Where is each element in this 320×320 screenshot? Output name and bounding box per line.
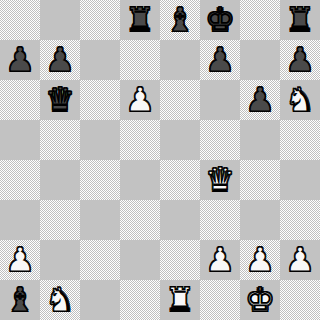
white-pawn[interactable]: ♟ [200, 240, 240, 280]
square-d3[interactable] [120, 200, 160, 240]
square-d1[interactable] [120, 280, 160, 320]
square-g3[interactable] [240, 200, 280, 240]
square-h7[interactable]: ♟ [280, 40, 320, 80]
black-king[interactable]: ♚ [200, 0, 240, 40]
square-f3[interactable] [200, 200, 240, 240]
black-bishop[interactable]: ♝ [160, 0, 200, 40]
black-rook[interactable]: ♜ [280, 0, 320, 40]
square-c4[interactable] [80, 160, 120, 200]
white-rook[interactable]: ♜ [160, 280, 200, 320]
square-a5[interactable] [0, 120, 40, 160]
square-c1[interactable] [80, 280, 120, 320]
square-a1[interactable]: ♝ [0, 280, 40, 320]
square-h8[interactable]: ♜ [280, 0, 320, 40]
white-pawn[interactable]: ♟ [120, 80, 160, 120]
square-d7[interactable] [120, 40, 160, 80]
square-f4[interactable]: ♛ [200, 160, 240, 200]
square-h5[interactable] [280, 120, 320, 160]
square-f2[interactable]: ♟ [200, 240, 240, 280]
square-d8[interactable]: ♜ [120, 0, 160, 40]
square-d4[interactable] [120, 160, 160, 200]
square-c5[interactable] [80, 120, 120, 160]
black-rook[interactable]: ♜ [120, 0, 160, 40]
white-king[interactable]: ♚ [240, 280, 280, 320]
square-d5[interactable] [120, 120, 160, 160]
square-f5[interactable] [200, 120, 240, 160]
square-h1[interactable] [280, 280, 320, 320]
square-a6[interactable] [0, 80, 40, 120]
white-queen[interactable]: ♛ [200, 160, 240, 200]
black-queen[interactable]: ♛ [40, 80, 80, 120]
square-f7[interactable]: ♟ [200, 40, 240, 80]
square-d6[interactable]: ♟ [120, 80, 160, 120]
square-b3[interactable] [40, 200, 80, 240]
square-b4[interactable] [40, 160, 80, 200]
square-c2[interactable] [80, 240, 120, 280]
square-g5[interactable] [240, 120, 280, 160]
white-pawn[interactable]: ♟ [280, 240, 320, 280]
square-h4[interactable] [280, 160, 320, 200]
square-b2[interactable] [40, 240, 80, 280]
white-pawn[interactable]: ♟ [0, 240, 40, 280]
square-e8[interactable]: ♝ [160, 0, 200, 40]
white-pawn[interactable]: ♟ [240, 240, 280, 280]
square-f8[interactable]: ♚ [200, 0, 240, 40]
black-pawn[interactable]: ♟ [0, 40, 40, 80]
square-a4[interactable] [0, 160, 40, 200]
square-g7[interactable] [240, 40, 280, 80]
square-g4[interactable] [240, 160, 280, 200]
black-bishop[interactable]: ♝ [0, 280, 40, 320]
square-g2[interactable]: ♟ [240, 240, 280, 280]
square-a3[interactable] [0, 200, 40, 240]
square-b5[interactable] [40, 120, 80, 160]
square-b8[interactable] [40, 0, 80, 40]
square-g8[interactable] [240, 0, 280, 40]
white-knight[interactable]: ♞ [40, 280, 80, 320]
square-e2[interactable] [160, 240, 200, 280]
square-a2[interactable]: ♟ [0, 240, 40, 280]
square-g1[interactable]: ♚ [240, 280, 280, 320]
square-e4[interactable] [160, 160, 200, 200]
square-f1[interactable] [200, 280, 240, 320]
square-e1[interactable]: ♜ [160, 280, 200, 320]
square-e6[interactable] [160, 80, 200, 120]
black-pawn[interactable]: ♟ [40, 40, 80, 80]
square-h2[interactable]: ♟ [280, 240, 320, 280]
square-h3[interactable] [280, 200, 320, 240]
square-e5[interactable] [160, 120, 200, 160]
square-b7[interactable]: ♟ [40, 40, 80, 80]
chess-board: ♜♝♚♜♟♟♟♟♛♟♟♞♛♟♟♟♟♝♞♜♚ [0, 0, 320, 320]
square-e7[interactable] [160, 40, 200, 80]
square-h6[interactable]: ♞ [280, 80, 320, 120]
black-pawn[interactable]: ♟ [240, 80, 280, 120]
white-knight[interactable]: ♞ [280, 80, 320, 120]
square-c3[interactable] [80, 200, 120, 240]
square-c6[interactable] [80, 80, 120, 120]
square-b1[interactable]: ♞ [40, 280, 80, 320]
square-b6[interactable]: ♛ [40, 80, 80, 120]
square-e3[interactable] [160, 200, 200, 240]
square-g6[interactable]: ♟ [240, 80, 280, 120]
square-c8[interactable] [80, 0, 120, 40]
black-pawn[interactable]: ♟ [200, 40, 240, 80]
black-pawn[interactable]: ♟ [280, 40, 320, 80]
square-a7[interactable]: ♟ [0, 40, 40, 80]
square-c7[interactable] [80, 40, 120, 80]
square-f6[interactable] [200, 80, 240, 120]
square-a8[interactable] [0, 0, 40, 40]
square-d2[interactable] [120, 240, 160, 280]
